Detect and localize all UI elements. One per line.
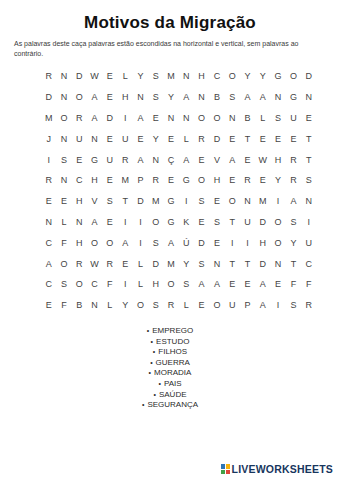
grid-cell-r10-c15[interactable]: D xyxy=(255,253,270,274)
grid-cell-r4-c6[interactable]: U xyxy=(117,128,132,149)
grid-cell-r8-c10[interactable]: K xyxy=(179,212,194,233)
word-item-saúde: •SAÚDE xyxy=(0,390,340,401)
grid-cell-r10-c5[interactable]: R xyxy=(102,253,117,274)
grid-cell-r8-c13[interactable]: T xyxy=(225,212,240,233)
grid-cell-r4-c11[interactable]: R xyxy=(194,128,209,149)
grid-cell-r3-c5[interactable]: D xyxy=(102,108,117,129)
instructions-text: As palavras deste caça palavras estão es… xyxy=(14,39,326,59)
grid-cell-r2-c5[interactable]: E xyxy=(102,87,117,108)
grid-cell-r3-c3[interactable]: R xyxy=(72,108,87,129)
bullet-icon: • xyxy=(158,380,160,387)
grid-cell-r12-c10[interactable]: L xyxy=(179,295,194,316)
grid-cell-r9-c17[interactable]: Y xyxy=(286,232,301,253)
grid-cell-r3-c2[interactable]: O xyxy=(56,108,71,129)
grid-cell-r5-c2[interactable]: S xyxy=(56,149,71,170)
grid-cell-r7-c14[interactable]: N xyxy=(240,191,255,212)
grid-cell-r2-c18[interactable]: N xyxy=(301,87,316,108)
grid-cell-r7-c2[interactable]: E xyxy=(56,191,71,212)
grid-cell-r7-c18[interactable]: N xyxy=(301,191,316,212)
grid-cell-r2-c15[interactable]: A xyxy=(255,87,270,108)
grid-cell-r9-c5[interactable]: O xyxy=(102,232,117,253)
grid-cell-r7-c12[interactable]: E xyxy=(209,191,224,212)
grid-cell-r10-c11[interactable]: S xyxy=(194,253,209,274)
liveworksheets-footer-link[interactable]: LIVEWORKSHEETS xyxy=(221,463,333,475)
grid-cell-r6-c8[interactable]: R xyxy=(148,170,163,191)
grid-cell-r4-c3[interactable]: U xyxy=(72,128,87,149)
word-list: •EMPREGO•ESTUDO•FILHOS•GUERRA•MORADIA•PA… xyxy=(0,326,340,411)
grid-cell-r12-c3[interactable]: B xyxy=(72,295,87,316)
bullet-icon: • xyxy=(153,348,155,355)
word-item-guerra: •GUERRA xyxy=(0,358,340,369)
grid-cell-r2-c1[interactable]: D xyxy=(41,87,56,108)
grid-cell-r5-c14[interactable]: E xyxy=(240,149,255,170)
grid-cell-r8-c18[interactable]: I xyxy=(301,212,316,233)
grid-cell-r11-c4[interactable]: C xyxy=(87,274,102,295)
grid-cell-r12-c13[interactable]: U xyxy=(225,295,240,316)
bullet-icon: • xyxy=(142,401,144,408)
grid-cell-r6-c3[interactable]: C xyxy=(72,170,87,191)
grid-cell-r4-c9[interactable]: E xyxy=(163,128,178,149)
grid-cell-r5-c18[interactable]: T xyxy=(301,149,316,170)
grid-cell-r11-c5[interactable]: F xyxy=(102,274,117,295)
grid-cell-r2-c7[interactable]: N xyxy=(133,87,148,108)
grid-cell-r2-c11[interactable]: N xyxy=(194,87,209,108)
grid-cell-r6-c12[interactable]: H xyxy=(209,170,224,191)
grid-cell-r7-c7[interactable]: D xyxy=(133,191,148,212)
grid-cell-r10-c9[interactable]: M xyxy=(163,253,178,274)
grid-cell-r6-c14[interactable]: R xyxy=(240,170,255,191)
grid-cell-r9-c16[interactable]: O xyxy=(270,232,285,253)
grid-cell-r1-c17[interactable]: O xyxy=(286,66,301,87)
grid-cell-r8-c5[interactable]: E xyxy=(102,212,117,233)
grid-cell-r10-c1[interactable]: A xyxy=(41,253,56,274)
grid-cell-r5-c1[interactable]: I xyxy=(41,149,56,170)
page-title: Motivos da Migração xyxy=(0,0,340,33)
grid-cell-r12-c7[interactable]: O xyxy=(133,295,148,316)
word-label: ESTUDO xyxy=(156,337,189,346)
grid-cell-r12-c1[interactable]: E xyxy=(41,295,56,316)
grid-cell-r5-c17[interactable]: R xyxy=(286,149,301,170)
bullet-icon: • xyxy=(153,391,155,398)
grid-cell-r3-c17[interactable]: U xyxy=(286,108,301,129)
grid-cell-r12-c8[interactable]: S xyxy=(148,295,163,316)
grid-cell-r2-c8[interactable]: S xyxy=(148,87,163,108)
grid-cell-r1-c10[interactable]: N xyxy=(179,66,194,87)
grid-cell-r7-c11[interactable]: S xyxy=(194,191,209,212)
grid-cell-r10-c3[interactable]: R xyxy=(72,253,87,274)
grid-cell-r6-c9[interactable]: E xyxy=(163,170,178,191)
grid-cell-r7-c5[interactable]: S xyxy=(102,191,117,212)
grid-cell-r1-c5[interactable]: E xyxy=(102,66,117,87)
word-label: SEGURANÇA xyxy=(147,400,198,409)
grid-cell-r8-c1[interactable]: N xyxy=(41,212,56,233)
grid-cell-r2-c13[interactable]: S xyxy=(225,87,240,108)
word-item-filhos: •FILHOS xyxy=(0,347,340,358)
grid-cell-r7-c15[interactable]: M xyxy=(255,191,270,212)
grid-cell-r5-c13[interactable]: A xyxy=(225,149,240,170)
grid-cell-r5-c8[interactable]: N xyxy=(148,149,163,170)
bullet-icon: • xyxy=(151,338,153,345)
grid-cell-r4-c5[interactable]: E xyxy=(102,128,117,149)
grid-cell-r3-c11[interactable]: O xyxy=(194,108,209,129)
grid-cell-r2-c9[interactable]: Y xyxy=(163,87,178,108)
grid-cell-r6-c7[interactable]: P xyxy=(133,170,148,191)
grid-cell-r12-c12[interactable]: O xyxy=(209,295,224,316)
grid-cell-r6-c13[interactable]: E xyxy=(225,170,240,191)
worksheet-page: Motivos da Migração As palavras deste ca… xyxy=(0,0,340,480)
grid-cell-r11-c17[interactable]: F xyxy=(286,274,301,295)
grid-cell-r6-c15[interactable]: E xyxy=(255,170,270,191)
grid-cell-r11-c6[interactable]: I xyxy=(117,274,132,295)
grid-cell-r6-c2[interactable]: N xyxy=(56,170,71,191)
grid-cell-r11-c2[interactable]: S xyxy=(56,274,71,295)
grid-cell-r6-c11[interactable]: O xyxy=(194,170,209,191)
grid-cell-r4-c1[interactable]: J xyxy=(41,128,56,149)
grid-cell-r9-c10[interactable]: Ú xyxy=(179,232,194,253)
grid-cell-r3-c13[interactable]: N xyxy=(225,108,240,129)
grid-cell-r8-c4[interactable]: A xyxy=(87,212,102,233)
grid-cell-r11-c11[interactable]: A xyxy=(194,274,209,295)
grid-cell-r9-c6[interactable]: A xyxy=(117,232,132,253)
grid-cell-r1-c16[interactable]: G xyxy=(270,66,285,87)
grid-cell-r8-c8[interactable]: O xyxy=(148,212,163,233)
grid-cell-r6-c4[interactable]: H xyxy=(87,170,102,191)
grid-cell-r6-c18[interactable]: S xyxy=(301,170,316,191)
grid-cell-r11-c3[interactable]: O xyxy=(72,274,87,295)
grid-cell-r12-c2[interactable]: F xyxy=(56,295,71,316)
word-item-estudo: •ESTUDO xyxy=(0,337,340,348)
word-label: MORADIA xyxy=(154,368,191,377)
grid-cell-r4-c16[interactable]: E xyxy=(270,128,285,149)
grid-cell-r10-c16[interactable]: N xyxy=(270,253,285,274)
grid-cell-r5-c11[interactable]: E xyxy=(194,149,209,170)
grid-cell-r3-c16[interactable]: S xyxy=(270,108,285,129)
grid-cell-r1-c11[interactable]: H xyxy=(194,66,209,87)
grid-cell-r11-c8[interactable]: H xyxy=(148,274,163,295)
grid-cell-r3-c12[interactable]: O xyxy=(209,108,224,129)
bullet-icon: • xyxy=(147,327,149,334)
grid-cell-r12-c16[interactable]: I xyxy=(270,295,285,316)
grid-cell-r8-c12[interactable]: S xyxy=(209,212,224,233)
grid-cell-r1-c6[interactable]: L xyxy=(117,66,132,87)
grid-cell-r6-c5[interactable]: E xyxy=(102,170,117,191)
grid-cell-r11-c9[interactable]: O xyxy=(163,274,178,295)
grid-cell-r3-c1[interactable]: M xyxy=(41,108,56,129)
grid-cell-r3-c15[interactable]: L xyxy=(255,108,270,129)
grid-cell-r9-c8[interactable]: S xyxy=(148,232,163,253)
liveworksheets-logo-icon xyxy=(221,464,230,474)
grid-cell-r5-c12[interactable]: V xyxy=(209,149,224,170)
grid-cell-r3-c8[interactable]: E xyxy=(148,108,163,129)
grid-cell-r7-c3[interactable]: H xyxy=(72,191,87,212)
grid-cell-r1-c7[interactable]: Y xyxy=(133,66,148,87)
grid-cell-r10-c12[interactable]: N xyxy=(209,253,224,274)
grid-cell-r10-c6[interactable]: E xyxy=(117,253,132,274)
grid-cell-r2-c14[interactable]: A xyxy=(240,87,255,108)
grid-cell-r1-c9[interactable]: M xyxy=(163,66,178,87)
grid-cell-r10-c4[interactable]: W xyxy=(87,253,102,274)
grid-cell-r9-c13[interactable]: I xyxy=(225,232,240,253)
grid-cell-r8-c3[interactable]: N xyxy=(72,212,87,233)
grid-cell-r5-c9[interactable]: Ç xyxy=(163,149,178,170)
grid-cell-r12-c14[interactable]: P xyxy=(240,295,255,316)
grid-cell-r7-c4[interactable]: V xyxy=(87,191,102,212)
grid-cell-r8-c7[interactable]: I xyxy=(133,212,148,233)
grid-cell-r10-c8[interactable]: D xyxy=(148,253,163,274)
grid-cell-r12-c6[interactable]: Y xyxy=(117,295,132,316)
grid-cell-r3-c6[interactable]: I xyxy=(117,108,132,129)
grid-cell-r2-c12[interactable]: B xyxy=(209,87,224,108)
grid-cell-r9-c15[interactable]: H xyxy=(255,232,270,253)
grid-cell-r11-c12[interactable]: A xyxy=(209,274,224,295)
grid-cell-r5-c3[interactable]: E xyxy=(72,149,87,170)
grid-cell-r4-c14[interactable]: T xyxy=(240,128,255,149)
grid-cell-r7-c13[interactable]: O xyxy=(225,191,240,212)
grid-cell-r9-c1[interactable]: C xyxy=(41,232,56,253)
grid-cell-r2-c6[interactable]: H xyxy=(117,87,132,108)
word-label: SAÚDE xyxy=(159,390,187,399)
grid-cell-r10-c13[interactable]: T xyxy=(225,253,240,274)
grid-cell-r4-c2[interactable]: N xyxy=(56,128,71,149)
grid-cell-r4-c15[interactable]: E xyxy=(255,128,270,149)
grid-cell-r1-c8[interactable]: S xyxy=(148,66,163,87)
grid-cell-r2-c2[interactable]: N xyxy=(56,87,71,108)
grid-cell-r6-c6[interactable]: M xyxy=(117,170,132,191)
word-label: PAIS xyxy=(164,379,182,388)
grid-cell-r6-c1[interactable]: R xyxy=(41,170,56,191)
grid-cell-r2-c4[interactable]: A xyxy=(87,87,102,108)
grid-cell-r11-c14[interactable]: E xyxy=(240,274,255,295)
grid-cell-r5-c15[interactable]: W xyxy=(255,149,270,170)
grid-cell-r8-c6[interactable]: I xyxy=(117,212,132,233)
grid-cell-r10-c14[interactable]: T xyxy=(240,253,255,274)
grid-cell-r9-c11[interactable]: D xyxy=(194,232,209,253)
grid-cell-r2-c16[interactable]: N xyxy=(270,87,285,108)
grid-cell-r5-c5[interactable]: U xyxy=(102,149,117,170)
grid-cell-r11-c10[interactable]: S xyxy=(179,274,194,295)
grid-cell-r4-c7[interactable]: E xyxy=(133,128,148,149)
logo-square-3 xyxy=(221,470,225,475)
grid-cell-r2-c3[interactable]: O xyxy=(72,87,87,108)
grid-cell-r10-c10[interactable]: Y xyxy=(179,253,194,274)
grid-cell-r4-c4[interactable]: N xyxy=(87,128,102,149)
logo-square-1 xyxy=(221,464,225,469)
grid-cell-r8-c2[interactable]: L xyxy=(56,212,71,233)
grid-cell-r3-c4[interactable]: A xyxy=(87,108,102,129)
grid-cell-r9-c12[interactable]: E xyxy=(209,232,224,253)
grid-cell-r11-c13[interactable]: E xyxy=(225,274,240,295)
grid-cell-r9-c4[interactable]: O xyxy=(87,232,102,253)
grid-cell-r7-c10[interactable]: I xyxy=(179,191,194,212)
grid-cell-r12-c18[interactable]: R xyxy=(301,295,316,316)
grid-cell-r3-c14[interactable]: B xyxy=(240,108,255,129)
grid-cell-r11-c18[interactable]: F xyxy=(301,274,316,295)
word-search-grid: RNDWELYSMNHCOYYGODDNOAEHNSYANBSAANGNMORA… xyxy=(41,66,316,316)
grid-cell-r4-c8[interactable]: Y xyxy=(148,128,163,149)
grid-cell-r3-c9[interactable]: N xyxy=(163,108,178,129)
grid-cell-r7-c17[interactable]: A xyxy=(286,191,301,212)
grid-cell-r12-c17[interactable]: S xyxy=(286,295,301,316)
grid-cell-r7-c8[interactable]: M xyxy=(148,191,163,212)
grid-cell-r7-c1[interactable]: E xyxy=(41,191,56,212)
grid-cell-r8-c15[interactable]: D xyxy=(255,212,270,233)
grid-cell-r3-c7[interactable]: A xyxy=(133,108,148,129)
grid-cell-r5-c10[interactable]: A xyxy=(179,149,194,170)
bullet-icon: • xyxy=(149,369,151,376)
grid-cell-r8-c11[interactable]: E xyxy=(194,212,209,233)
grid-cell-r1-c12[interactable]: C xyxy=(209,66,224,87)
grid-cell-r6-c10[interactable]: G xyxy=(179,170,194,191)
grid-cell-r9-c3[interactable]: H xyxy=(72,232,87,253)
grid-cell-r4-c17[interactable]: E xyxy=(286,128,301,149)
grid-cell-r1-c15[interactable]: Y xyxy=(255,66,270,87)
grid-cell-r11-c15[interactable]: A xyxy=(255,274,270,295)
grid-cell-r8-c9[interactable]: G xyxy=(163,212,178,233)
grid-cell-r1-c1[interactable]: R xyxy=(41,66,56,87)
grid-cell-r1-c2[interactable]: N xyxy=(56,66,71,87)
grid-cell-r1-c3[interactable]: D xyxy=(72,66,87,87)
grid-cell-r5-c6[interactable]: R xyxy=(117,149,132,170)
grid-cell-r10-c7[interactable]: L xyxy=(133,253,148,274)
grid-cell-r4-c12[interactable]: D xyxy=(209,128,224,149)
grid-cell-r9-c14[interactable]: I xyxy=(240,232,255,253)
grid-cell-r5-c4[interactable]: G xyxy=(87,149,102,170)
bullet-icon: • xyxy=(150,359,152,366)
grid-cell-r10-c2[interactable]: O xyxy=(56,253,71,274)
grid-cell-r7-c6[interactable]: T xyxy=(117,191,132,212)
brand-text: LIVEWORKSHEETS xyxy=(232,463,333,475)
grid-cell-r12-c11[interactable]: E xyxy=(194,295,209,316)
grid-cell-r10-c17[interactable]: T xyxy=(286,253,301,274)
word-item-pais: •PAIS xyxy=(0,379,340,390)
grid-cell-r10-c18[interactable]: C xyxy=(301,253,316,274)
grid-cell-r1-c4[interactable]: W xyxy=(87,66,102,87)
grid-cell-r12-c4[interactable]: N xyxy=(87,295,102,316)
grid-cell-r11-c7[interactable]: L xyxy=(133,274,148,295)
grid-cell-r11-c1[interactable]: C xyxy=(41,274,56,295)
word-item-segurança: •SEGURANÇA xyxy=(0,400,340,411)
grid-cell-r8-c14[interactable]: U xyxy=(240,212,255,233)
grid-cell-r9-c18[interactable]: U xyxy=(301,232,316,253)
grid-cell-r12-c5[interactable]: L xyxy=(102,295,117,316)
grid-cell-r5-c7[interactable]: A xyxy=(133,149,148,170)
grid-cell-r7-c16[interactable]: I xyxy=(270,191,285,212)
grid-cell-r2-c17[interactable]: G xyxy=(286,87,301,108)
grid-cell-r3-c10[interactable]: N xyxy=(179,108,194,129)
grid-cell-r12-c15[interactable]: A xyxy=(255,295,270,316)
word-item-moradia: •MORADIA xyxy=(0,368,340,379)
grid-cell-r9-c9[interactable]: A xyxy=(163,232,178,253)
word-item-emprego: •EMPREGO xyxy=(0,326,340,337)
grid-cell-r8-c17[interactable]: S xyxy=(286,212,301,233)
grid-cell-r1-c14[interactable]: Y xyxy=(240,66,255,87)
logo-square-4 xyxy=(226,470,230,475)
word-label: GUERRA xyxy=(156,358,190,367)
grid-cell-r9-c2[interactable]: F xyxy=(56,232,71,253)
grid-cell-r4-c18[interactable]: T xyxy=(301,128,316,149)
grid-cell-r8-c16[interactable]: O xyxy=(270,212,285,233)
grid-cell-r12-c9[interactable]: R xyxy=(163,295,178,316)
grid-cell-r7-c9[interactable]: G xyxy=(163,191,178,212)
grid-cell-r9-c7[interactable]: I xyxy=(133,232,148,253)
grid-cell-r6-c17[interactable]: R xyxy=(286,170,301,191)
grid-cell-r4-c10[interactable]: L xyxy=(179,128,194,149)
grid-cell-r1-c13[interactable]: O xyxy=(225,66,240,87)
word-label: FILHOS xyxy=(158,347,187,356)
grid-cell-r6-c16[interactable]: Y xyxy=(270,170,285,191)
logo-square-2 xyxy=(226,464,230,469)
grid-cell-r4-c13[interactable]: E xyxy=(225,128,240,149)
word-label: EMPREGO xyxy=(152,326,193,335)
grid-cell-r5-c16[interactable]: H xyxy=(270,149,285,170)
grid-cell-r1-c18[interactable]: D xyxy=(301,66,316,87)
grid-cell-r2-c10[interactable]: A xyxy=(179,87,194,108)
grid-cell-r11-c16[interactable]: E xyxy=(270,274,285,295)
grid-cell-r3-c18[interactable]: E xyxy=(301,108,316,129)
